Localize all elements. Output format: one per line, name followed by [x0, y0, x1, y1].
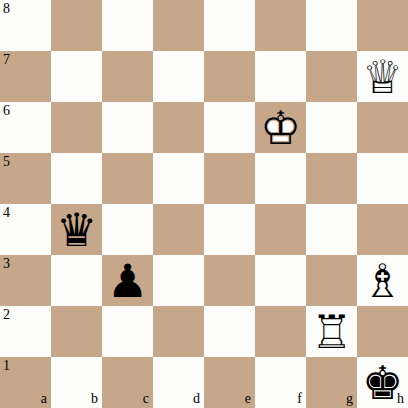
rank-label-4: 4: [3, 206, 10, 220]
square-a5[interactable]: 5: [0, 153, 51, 204]
square-b3[interactable]: [51, 255, 102, 306]
square-h8[interactable]: [357, 0, 408, 51]
square-e4[interactable]: [204, 204, 255, 255]
black-queen[interactable]: ♛: [51, 204, 102, 255]
square-a3[interactable]: 3: [0, 255, 51, 306]
square-a7[interactable]: 7: [0, 51, 51, 102]
black-pawn[interactable]: ♟: [102, 255, 153, 306]
white-king-fill: ♚: [255, 102, 306, 153]
white-bishop[interactable]: ♝♗: [357, 255, 408, 306]
square-b6[interactable]: [51, 102, 102, 153]
square-e3[interactable]: [204, 255, 255, 306]
rank-label-7: 7: [3, 53, 10, 67]
white-rook-outline: ♖: [306, 306, 357, 357]
square-h7[interactable]: ♛♕: [357, 51, 408, 102]
square-h6[interactable]: [357, 102, 408, 153]
square-f6[interactable]: ♚♔: [255, 102, 306, 153]
rank-label-1: 1: [3, 359, 10, 373]
square-d4[interactable]: [153, 204, 204, 255]
square-c1[interactable]: c: [102, 357, 153, 408]
square-g5[interactable]: [306, 153, 357, 204]
square-d6[interactable]: [153, 102, 204, 153]
file-label-f: f: [297, 392, 302, 406]
square-h5[interactable]: [357, 153, 408, 204]
square-a8[interactable]: 8: [0, 0, 51, 51]
square-g7[interactable]: [306, 51, 357, 102]
white-queen-outline: ♕: [357, 51, 408, 102]
file-label-b: b: [91, 392, 98, 406]
square-e6[interactable]: [204, 102, 255, 153]
white-king[interactable]: ♚♔: [255, 102, 306, 153]
square-c6[interactable]: [102, 102, 153, 153]
white-bishop-fill: ♝: [357, 255, 408, 306]
white-queen[interactable]: ♛♕: [357, 51, 408, 102]
white-queen-fill: ♛: [357, 51, 408, 102]
square-e7[interactable]: [204, 51, 255, 102]
square-g4[interactable]: [306, 204, 357, 255]
square-a6[interactable]: 6: [0, 102, 51, 153]
square-g2[interactable]: ♜♖: [306, 306, 357, 357]
black-king-glyph: ♚: [357, 357, 408, 408]
square-e5[interactable]: [204, 153, 255, 204]
square-c8[interactable]: [102, 0, 153, 51]
square-h4[interactable]: [357, 204, 408, 255]
square-b2[interactable]: [51, 306, 102, 357]
square-g3[interactable]: [306, 255, 357, 306]
square-f1[interactable]: f: [255, 357, 306, 408]
square-c4[interactable]: [102, 204, 153, 255]
square-b5[interactable]: [51, 153, 102, 204]
square-a4[interactable]: 4: [0, 204, 51, 255]
square-f5[interactable]: [255, 153, 306, 204]
square-b4[interactable]: ♛: [51, 204, 102, 255]
square-e1[interactable]: e: [204, 357, 255, 408]
rank-label-3: 3: [3, 257, 10, 271]
white-rook-fill: ♜: [306, 306, 357, 357]
square-d7[interactable]: [153, 51, 204, 102]
rank-label-6: 6: [3, 104, 10, 118]
square-c3[interactable]: ♟: [102, 255, 153, 306]
square-b1[interactable]: b: [51, 357, 102, 408]
square-g8[interactable]: [306, 0, 357, 51]
black-queen-glyph: ♛: [51, 204, 102, 255]
square-d8[interactable]: [153, 0, 204, 51]
square-f7[interactable]: [255, 51, 306, 102]
black-pawn-glyph: ♟: [102, 255, 153, 306]
square-c7[interactable]: [102, 51, 153, 102]
square-h3[interactable]: ♝♗: [357, 255, 408, 306]
square-a2[interactable]: 2: [0, 306, 51, 357]
file-label-g: g: [346, 392, 353, 406]
rank-label-2: 2: [3, 308, 10, 322]
file-label-d: d: [193, 392, 200, 406]
square-d1[interactable]: d: [153, 357, 204, 408]
square-f2[interactable]: [255, 306, 306, 357]
square-d5[interactable]: [153, 153, 204, 204]
white-bishop-outline: ♗: [357, 255, 408, 306]
square-d3[interactable]: [153, 255, 204, 306]
square-c2[interactable]: [102, 306, 153, 357]
square-a1[interactable]: 1a: [0, 357, 51, 408]
square-e8[interactable]: [204, 0, 255, 51]
square-g6[interactable]: [306, 102, 357, 153]
square-d2[interactable]: [153, 306, 204, 357]
square-g1[interactable]: g: [306, 357, 357, 408]
rank-label-5: 5: [3, 155, 10, 169]
white-rook[interactable]: ♜♖: [306, 306, 357, 357]
square-b8[interactable]: [51, 0, 102, 51]
square-f8[interactable]: [255, 0, 306, 51]
rank-label-8: 8: [3, 2, 10, 16]
file-label-e: e: [245, 392, 251, 406]
square-h1[interactable]: h♚: [357, 357, 408, 408]
square-f3[interactable]: [255, 255, 306, 306]
square-f4[interactable]: [255, 204, 306, 255]
square-b7[interactable]: [51, 51, 102, 102]
white-king-outline: ♔: [255, 102, 306, 153]
square-e2[interactable]: [204, 306, 255, 357]
square-h2[interactable]: [357, 306, 408, 357]
file-label-c: c: [143, 392, 149, 406]
square-c5[interactable]: [102, 153, 153, 204]
chess-board: 87♛♕6♚♔54♛3♟♝♗2♜♖1abcdefgh♚: [0, 0, 408, 408]
black-king[interactable]: ♚: [357, 357, 408, 408]
file-label-a: a: [41, 392, 47, 406]
